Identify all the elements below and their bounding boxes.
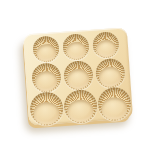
muffin-cup-r3c3	[96, 86, 131, 121]
muffin-cup-r2c1	[31, 62, 62, 93]
muffin-cup-r1c1	[32, 35, 60, 63]
muffin-cup-r1c2	[62, 33, 90, 61]
cup-row-3	[27, 86, 133, 126]
muffin-cup-r3c2	[62, 89, 97, 124]
muffin-pan	[23, 27, 133, 125]
muffin-cup-r3c1	[29, 91, 64, 126]
product-photo	[0, 0, 150, 150]
muffin-cup-r2c2	[62, 60, 93, 91]
muffin-cup-r2c3	[94, 58, 125, 89]
muffin-cup-r1c3	[92, 31, 120, 59]
